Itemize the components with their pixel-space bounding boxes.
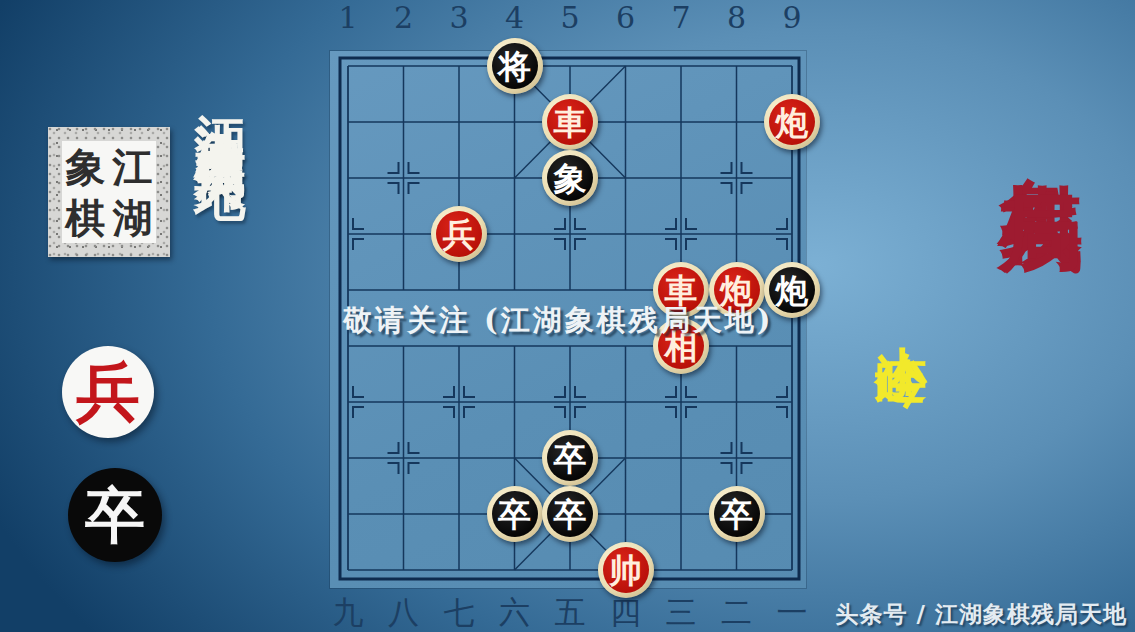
file-label-bottom-八: 八	[388, 592, 419, 632]
file-label-bottom-三: 三	[666, 592, 697, 632]
file-label-bottom-一: 一	[777, 592, 808, 632]
seal-logo: 象 江 棋 湖	[48, 127, 170, 257]
file-label-bottom-六: 六	[499, 592, 530, 632]
black-piece-卒[interactable]: 卒	[709, 486, 765, 542]
black-piece-象[interactable]: 象	[542, 150, 598, 206]
file-label-bottom-五: 五	[555, 592, 586, 632]
file-label-top-5: 5	[560, 0, 579, 35]
board-watermark: 敬请关注 (江湖象棋残局天地)	[343, 301, 803, 341]
black-piece-卒[interactable]: 卒	[542, 430, 598, 486]
file-label-top-7: 7	[671, 0, 690, 35]
file-label-bottom-七: 七	[444, 592, 475, 632]
file-label-bottom-二: 二	[721, 592, 752, 632]
file-label-top-8: 8	[727, 0, 746, 35]
red-piece-炮[interactable]: 炮	[764, 94, 820, 150]
right-vertical-title: 象棋残局	[985, 110, 1099, 134]
red-soldier-badge: 兵	[62, 346, 154, 438]
file-label-top-4: 4	[505, 0, 524, 35]
file-label-top-1: 1	[338, 0, 357, 35]
seal-char: 湖	[109, 192, 156, 243]
seal-logo-panel: 象 江 棋 湖	[62, 141, 156, 243]
file-label-bottom-九: 九	[333, 592, 364, 632]
file-label-top-6: 6	[616, 0, 635, 35]
red-piece-兵[interactable]: 兵	[431, 206, 487, 262]
file-label-top-2: 2	[394, 0, 413, 35]
black-piece-卒[interactable]: 卒	[487, 486, 543, 542]
poster-background: 象 江 棋 湖 江湖象棋残局天地 兵 卒 将車炮象兵車炮炮相卒卒卒卒帅 1234…	[0, 0, 1135, 632]
file-label-bottom-四: 四	[610, 592, 641, 632]
seal-char: 象	[62, 141, 109, 192]
black-soldier-badge: 卒	[68, 468, 162, 562]
black-piece-将[interactable]: 将	[487, 38, 543, 94]
seal-char: 棋	[62, 192, 109, 243]
red-piece-車[interactable]: 車	[542, 94, 598, 150]
seal-char: 江	[109, 141, 156, 192]
left-vertical-title: 江湖象棋残局天地	[186, 74, 255, 574]
red-piece-帅[interactable]: 帅	[598, 542, 654, 598]
author-vertical-label: 小连吟	[866, 304, 936, 322]
file-label-top-9: 9	[782, 0, 801, 35]
channel-credit: 头条号 / 江湖象棋残局天地	[836, 599, 1127, 630]
file-label-top-3: 3	[449, 0, 468, 35]
black-piece-卒[interactable]: 卒	[542, 486, 598, 542]
